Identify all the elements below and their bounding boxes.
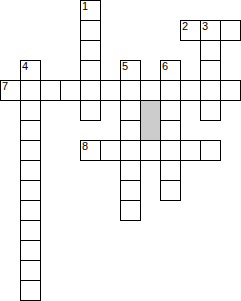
cell[interactable]	[120, 200, 141, 221]
cell[interactable]	[160, 100, 181, 121]
shaded-cell	[140, 100, 161, 141]
cell[interactable]	[100, 140, 121, 161]
cell[interactable]	[80, 20, 101, 41]
cell[interactable]	[20, 220, 41, 241]
cell[interactable]	[120, 140, 141, 161]
cell[interactable]	[120, 100, 141, 121]
clue-number: 3	[202, 21, 208, 31]
cell[interactable]	[20, 140, 41, 161]
cell[interactable]: 7	[0, 80, 21, 101]
cell[interactable]	[80, 80, 101, 101]
cell[interactable]	[180, 80, 201, 101]
clue-number: 7	[2, 81, 8, 91]
cell[interactable]	[180, 140, 201, 161]
cell[interactable]: 1	[80, 0, 101, 21]
cell[interactable]	[100, 80, 121, 101]
clue-number: 5	[122, 61, 128, 71]
cell[interactable]	[60, 80, 81, 101]
cell[interactable]	[80, 100, 101, 121]
cell[interactable]	[220, 20, 241, 41]
cell[interactable]	[20, 120, 41, 141]
cell[interactable]: 3	[200, 20, 221, 41]
cell[interactable]	[20, 100, 41, 121]
cell[interactable]	[80, 60, 101, 81]
clue-number: 2	[182, 21, 188, 31]
cell[interactable]: 5	[120, 60, 141, 81]
cell[interactable]	[160, 160, 181, 181]
clue-number: 6	[162, 61, 168, 71]
cell[interactable]	[200, 40, 221, 61]
cell[interactable]	[20, 80, 41, 101]
cell[interactable]	[220, 80, 241, 101]
cell[interactable]	[120, 80, 141, 101]
cell[interactable]	[140, 80, 161, 101]
cell[interactable]: 8	[80, 140, 101, 161]
cell[interactable]	[20, 260, 41, 281]
cell[interactable]: 6	[160, 60, 181, 81]
cell[interactable]	[120, 180, 141, 201]
cell[interactable]	[120, 160, 141, 181]
cell[interactable]	[140, 140, 161, 161]
cell[interactable]	[160, 120, 181, 141]
cell[interactable]	[20, 280, 41, 301]
cell[interactable]: 2	[180, 20, 201, 41]
cell[interactable]	[80, 40, 101, 61]
clue-number: 1	[82, 1, 88, 11]
cell[interactable]	[160, 140, 181, 161]
cell[interactable]	[200, 60, 221, 81]
cell[interactable]	[200, 80, 221, 101]
cell[interactable]	[20, 200, 41, 221]
cell[interactable]	[200, 100, 221, 121]
cell[interactable]	[20, 240, 41, 261]
cell[interactable]	[200, 140, 221, 161]
cell[interactable]: 4	[20, 60, 41, 81]
cell[interactable]	[160, 180, 181, 201]
cell[interactable]	[20, 160, 41, 181]
crossword-board: 12345678	[0, 0, 241, 301]
cell[interactable]	[160, 80, 181, 101]
cell[interactable]	[40, 80, 61, 101]
clue-number: 4	[22, 61, 28, 71]
clue-number: 8	[82, 141, 88, 151]
cell[interactable]	[120, 120, 141, 141]
cell[interactable]	[20, 180, 41, 201]
